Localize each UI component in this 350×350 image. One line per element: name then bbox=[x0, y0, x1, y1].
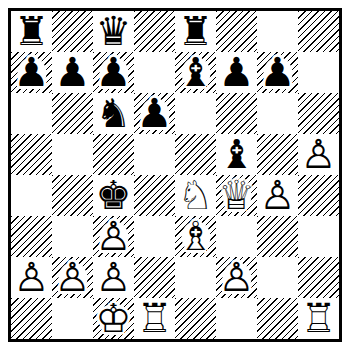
square-e8[interactable]: ♜ bbox=[175, 11, 216, 52]
square-d3[interactable] bbox=[134, 216, 175, 257]
square-h2[interactable] bbox=[298, 257, 339, 298]
square-b8[interactable] bbox=[52, 11, 93, 52]
square-d8[interactable] bbox=[134, 11, 175, 52]
square-c8[interactable]: ♛ bbox=[93, 11, 134, 52]
square-a7[interactable]: ♟ bbox=[11, 52, 52, 93]
white-queen-piece[interactable]: ♕ bbox=[216, 175, 257, 216]
white-king-piece[interactable]: ♔ bbox=[93, 298, 134, 339]
square-d4[interactable] bbox=[134, 175, 175, 216]
square-b7[interactable]: ♟ bbox=[52, 52, 93, 93]
square-d6[interactable]: ♟ bbox=[134, 93, 175, 134]
chess-diagram-page: ♜♛♜♟♟♟♝♟♟♞♟♝♙♚♘♕♙♙♗♙♙♙♙♔♖♖ bbox=[0, 0, 350, 350]
white-pawn-piece[interactable]: ♙ bbox=[93, 216, 134, 257]
square-c6[interactable]: ♞ bbox=[93, 93, 134, 134]
square-g2[interactable] bbox=[257, 257, 298, 298]
square-h5[interactable]: ♙ bbox=[298, 134, 339, 175]
square-e1[interactable] bbox=[175, 298, 216, 339]
square-e4[interactable]: ♘ bbox=[175, 175, 216, 216]
square-g4[interactable]: ♙ bbox=[257, 175, 298, 216]
black-rook-piece[interactable]: ♜ bbox=[11, 11, 52, 52]
square-e7[interactable]: ♝ bbox=[175, 52, 216, 93]
white-bishop-piece[interactable]: ♗ bbox=[175, 216, 216, 257]
square-f3[interactable] bbox=[216, 216, 257, 257]
square-h3[interactable] bbox=[298, 216, 339, 257]
square-c2[interactable]: ♙ bbox=[93, 257, 134, 298]
square-b4[interactable] bbox=[52, 175, 93, 216]
black-bishop-piece[interactable]: ♝ bbox=[216, 134, 257, 175]
square-h1[interactable]: ♖ bbox=[298, 298, 339, 339]
square-c4[interactable]: ♚ bbox=[93, 175, 134, 216]
black-queen-piece[interactable]: ♛ bbox=[93, 11, 134, 52]
square-f6[interactable] bbox=[216, 93, 257, 134]
chess-board: ♜♛♜♟♟♟♝♟♟♞♟♝♙♚♘♕♙♙♗♙♙♙♙♔♖♖ bbox=[8, 8, 342, 342]
square-c3[interactable]: ♙ bbox=[93, 216, 134, 257]
square-h8[interactable] bbox=[298, 11, 339, 52]
white-pawn-piece[interactable]: ♙ bbox=[93, 257, 134, 298]
square-f8[interactable] bbox=[216, 11, 257, 52]
square-d7[interactable] bbox=[134, 52, 175, 93]
square-e6[interactable] bbox=[175, 93, 216, 134]
square-a1[interactable] bbox=[11, 298, 52, 339]
black-pawn-piece[interactable]: ♟ bbox=[257, 52, 298, 93]
square-a5[interactable] bbox=[11, 134, 52, 175]
square-h4[interactable] bbox=[298, 175, 339, 216]
square-d1[interactable]: ♖ bbox=[134, 298, 175, 339]
square-a6[interactable] bbox=[11, 93, 52, 134]
square-d2[interactable] bbox=[134, 257, 175, 298]
square-b6[interactable] bbox=[52, 93, 93, 134]
square-b5[interactable] bbox=[52, 134, 93, 175]
white-pawn-piece[interactable]: ♙ bbox=[52, 257, 93, 298]
square-c5[interactable] bbox=[93, 134, 134, 175]
square-g7[interactable]: ♟ bbox=[257, 52, 298, 93]
black-rook-piece[interactable]: ♜ bbox=[175, 11, 216, 52]
white-pawn-piece[interactable]: ♙ bbox=[11, 257, 52, 298]
square-e2[interactable] bbox=[175, 257, 216, 298]
square-f1[interactable] bbox=[216, 298, 257, 339]
white-knight-piece[interactable]: ♘ bbox=[175, 175, 216, 216]
square-b3[interactable] bbox=[52, 216, 93, 257]
square-c1[interactable]: ♔ bbox=[93, 298, 134, 339]
square-g8[interactable] bbox=[257, 11, 298, 52]
white-pawn-piece[interactable]: ♙ bbox=[216, 257, 257, 298]
black-pawn-piece[interactable]: ♟ bbox=[216, 52, 257, 93]
black-knight-piece[interactable]: ♞ bbox=[93, 93, 134, 134]
square-c7[interactable]: ♟ bbox=[93, 52, 134, 93]
square-g3[interactable] bbox=[257, 216, 298, 257]
square-f7[interactable]: ♟ bbox=[216, 52, 257, 93]
square-a4[interactable] bbox=[11, 175, 52, 216]
black-pawn-piece[interactable]: ♟ bbox=[11, 52, 52, 93]
square-b1[interactable] bbox=[52, 298, 93, 339]
square-g1[interactable] bbox=[257, 298, 298, 339]
black-pawn-piece[interactable]: ♟ bbox=[52, 52, 93, 93]
square-g6[interactable] bbox=[257, 93, 298, 134]
square-h7[interactable] bbox=[298, 52, 339, 93]
square-h6[interactable] bbox=[298, 93, 339, 134]
square-f4[interactable]: ♕ bbox=[216, 175, 257, 216]
square-e5[interactable] bbox=[175, 134, 216, 175]
square-d5[interactable] bbox=[134, 134, 175, 175]
white-rook-piece[interactable]: ♖ bbox=[298, 298, 339, 339]
square-f5[interactable]: ♝ bbox=[216, 134, 257, 175]
black-bishop-piece[interactable]: ♝ bbox=[175, 52, 216, 93]
square-b2[interactable]: ♙ bbox=[52, 257, 93, 298]
square-a3[interactable] bbox=[11, 216, 52, 257]
white-rook-piece[interactable]: ♖ bbox=[134, 298, 175, 339]
square-g5[interactable] bbox=[257, 134, 298, 175]
square-e3[interactable]: ♗ bbox=[175, 216, 216, 257]
white-pawn-piece[interactable]: ♙ bbox=[257, 175, 298, 216]
square-f2[interactable]: ♙ bbox=[216, 257, 257, 298]
square-a8[interactable]: ♜ bbox=[11, 11, 52, 52]
black-pawn-piece[interactable]: ♟ bbox=[134, 93, 175, 134]
white-pawn-piece[interactable]: ♙ bbox=[298, 134, 339, 175]
square-a2[interactable]: ♙ bbox=[11, 257, 52, 298]
black-king-piece[interactable]: ♚ bbox=[93, 175, 134, 216]
black-pawn-piece[interactable]: ♟ bbox=[93, 52, 134, 93]
